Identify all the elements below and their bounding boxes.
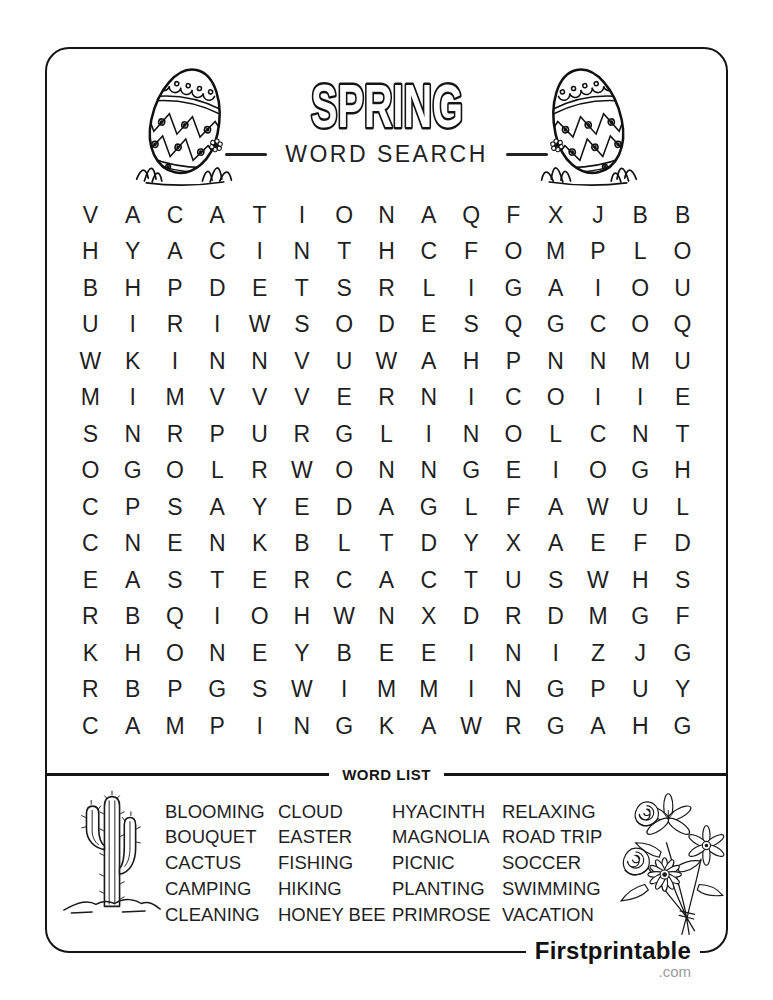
grid-cell-r2c1: H [69,234,111,271]
word-list-column-2: CLOUDEASTERFISHINGHIKINGHONEY BEE [278,799,392,928]
grid-cell-r9c8: A [365,489,407,526]
grid-cell-r15c4: P [196,708,238,745]
grid-cell-r3c2: H [112,270,154,307]
grid-cell-r11c11: U [492,562,534,599]
grid-cell-r1c1: V [69,197,111,234]
grid-cell-r10c6: B [281,526,323,563]
grid-cell-r7c14: N [619,416,661,453]
grid-cell-r11c3: S [154,562,196,599]
grid-cell-r15c14: H [619,708,661,745]
grid-cell-r8c13: O [577,453,619,490]
grid-cell-r15c11: R [492,708,534,745]
brand-name: Firstprintable [526,938,700,963]
word-list-item: MAGNOLIA [392,824,502,850]
grid-cell-r10c11: X [492,526,534,563]
grid-cell-r11c4: T [196,562,238,599]
grid-cell-r4c1: U [69,307,111,344]
word-list-column-1: BLOOMINGBOUQUETCACTUSCAMPINGCLEANING [165,799,278,928]
grid-cell-r1c6: I [281,197,323,234]
easter-egg-icon [127,61,243,187]
branding: Firstprintable .com [526,938,700,980]
grid-cell-r9c15: L [661,489,703,526]
grid-cell-r7c7: G [323,416,365,453]
word-list-column-3: HYACINTHMAGNOLIAPICNICPLANTINGPRIMROSE [392,799,502,928]
grid-cell-r5c14: M [619,343,661,380]
grid-cell-r15c5: I [238,708,280,745]
grid-cell-r7c9: I [408,416,450,453]
grid-cell-r11c9: C [408,562,450,599]
grid-cell-r4c14: O [619,307,661,344]
grid-cell-r2c7: T [323,234,365,271]
grid-cell-r3c13: I [577,270,619,307]
grid-cell-r11c13: W [577,562,619,599]
grid-cell-r6c4: V [196,380,238,417]
grid-cell-r6c2: I [112,380,154,417]
grid-cell-r6c12: O [535,380,577,417]
grid-cell-r3c5: E [238,270,280,307]
grid-cell-r5c5: N [238,343,280,380]
grid-cell-r12c10: D [450,599,492,636]
grid-cell-r10c9: D [408,526,450,563]
grid-cell-r9c11: F [492,489,534,526]
cactus-icon [60,787,164,933]
grid-cell-r14c3: P [154,672,196,709]
grid-cell-r7c10: N [450,416,492,453]
grid-cell-r7c1: S [69,416,111,453]
grid-cell-r12c2: B [112,599,154,636]
grid-cell-r8c4: L [196,453,238,490]
grid-cell-r4c7: O [323,307,365,344]
grid-cell-r5c9: A [408,343,450,380]
grid-cell-r4c8: D [365,307,407,344]
grid-cell-r3c14: O [619,270,661,307]
grid-cell-r11c12: S [535,562,577,599]
grid-cell-r14c1: R [69,672,111,709]
word-list-heading: WORD LIST [329,766,444,783]
grid-cell-r12c5: O [238,599,280,636]
brand-tld: .com [658,963,700,980]
grid-cell-r13c6: Y [281,635,323,672]
grid-cell-r9c12: A [535,489,577,526]
grid-cell-r1c9: A [408,197,450,234]
word-list-item: HONEY BEE [278,902,392,928]
grid-cell-r15c8: K [365,708,407,745]
word-list-item: EASTER [278,824,392,850]
grid-cell-r1c12: X [535,197,577,234]
grid-cell-r4c12: G [535,307,577,344]
word-list-item: SOCCER [502,850,608,876]
grid-cell-r11c7: C [323,562,365,599]
grid-cell-r3c1: B [69,270,111,307]
grid-cell-r2c15: O [661,234,703,271]
grid-cell-r14c6: W [281,672,323,709]
grid-cell-r1c13: J [577,197,619,234]
word-list-item: PICNIC [392,850,502,876]
word-list-item: HYACINTH [392,799,502,825]
title-text: SPRING [311,77,463,135]
grid-cell-r9c2: P [112,489,154,526]
grid-cell-r10c13: E [577,526,619,563]
grid-cell-r1c7: O [323,197,365,234]
grid-cell-r2c2: Y [112,234,154,271]
grid-cell-r13c2: H [112,635,154,672]
grid-cell-r8c12: I [535,453,577,490]
grid-cell-r12c14: G [619,599,661,636]
grid-cell-r12c3: Q [154,599,196,636]
grid-cell-r4c10: S [450,307,492,344]
grid-cell-r9c5: Y [238,489,280,526]
grid-cell-r10c15: D [661,526,703,563]
grid-cell-r9c6: E [281,489,323,526]
grid-cell-r12c11: R [492,599,534,636]
word-list-divider: WORD LIST [47,763,726,787]
word-list-item: FISHING [278,850,392,876]
word-list-item: HIKING [278,876,392,902]
word-list-item: CLEANING [165,902,278,928]
grid-cell-r10c7: L [323,526,365,563]
grid-cell-r12c7: W [323,599,365,636]
grid-cell-r13c7: B [323,635,365,672]
grid-cell-r15c6: N [281,708,323,745]
letter-grid: VACATIONAQFXJBBHYACINTHCFOMPLOBHPDETSRLI… [69,197,704,745]
grid-cell-r2c14: L [619,234,661,271]
grid-cell-r11c8: A [365,562,407,599]
grid-cell-r1c14: B [619,197,661,234]
grid-cell-r7c8: L [365,416,407,453]
grid-cell-r10c4: N [196,526,238,563]
grid-cell-r1c4: A [196,197,238,234]
grid-cell-r1c15: B [661,197,703,234]
worksheet-border: SPRING WORD SEARCH VACATIONAQFXJBBHYACIN… [45,47,728,953]
word-list-item: VACATION [502,902,608,928]
divider-line-right [444,773,726,776]
grid-cell-r4c6: S [281,307,323,344]
grid-cell-r2c12: M [535,234,577,271]
grid-cell-r6c1: M [69,380,111,417]
grid-cell-r12c1: R [69,599,111,636]
grid-cell-r6c7: E [323,380,365,417]
word-list-item: RELAXING [502,799,608,825]
grid-cell-r10c2: N [112,526,154,563]
grid-cell-r9c13: W [577,489,619,526]
grid-cell-r3c9: L [408,270,450,307]
word-list-item: BLOOMING [165,799,278,825]
grid-cell-r7c13: C [577,416,619,453]
subtitle-text: WORD SEARCH [285,139,488,169]
grid-cell-r1c3: C [154,197,196,234]
easter-egg-icon [530,61,646,187]
grid-cell-r7c6: R [281,416,323,453]
grid-cell-r15c9: A [408,708,450,745]
grid-cell-r2c13: P [577,234,619,271]
grid-cell-r4c2: I [112,307,154,344]
grid-cell-r4c13: C [577,307,619,344]
grid-cell-r11c2: A [112,562,154,599]
grid-cell-r15c1: C [69,708,111,745]
word-list-item: CAMPING [165,876,278,902]
grid-cell-r5c1: W [69,343,111,380]
grid-cell-r10c3: E [154,526,196,563]
grid-cell-r6c6: V [281,380,323,417]
worksheet-page: SPRING WORD SEARCH VACATIONAQFXJBBHYACIN… [0,0,773,1000]
grid-cell-r13c14: J [619,635,661,672]
grid-cell-r10c10: Y [450,526,492,563]
grid-cell-r1c11: F [492,197,534,234]
grid-cell-r13c1: K [69,635,111,672]
grid-cell-r3c4: D [196,270,238,307]
grid-cell-r8c5: R [238,453,280,490]
grid-cell-r15c2: A [112,708,154,745]
grid-cell-r4c9: E [408,307,450,344]
grid-cell-r7c5: U [238,416,280,453]
grid-cell-r13c13: Z [577,635,619,672]
grid-cell-r5c12: N [535,343,577,380]
grid-cell-r9c1: C [69,489,111,526]
grid-cell-r3c11: G [492,270,534,307]
word-list-item: ROAD TRIP [502,824,608,850]
grid-cell-r15c13: A [577,708,619,745]
word-list-item: CACTUS [165,850,278,876]
grid-cell-r13c11: N [492,635,534,672]
grid-cell-r10c5: K [238,526,280,563]
grid-cell-r8c3: O [154,453,196,490]
grid-cell-r9c9: G [408,489,450,526]
grid-cell-r12c9: X [408,599,450,636]
grid-cell-r13c4: N [196,635,238,672]
grid-cell-r12c13: M [577,599,619,636]
grid-cell-r1c8: N [365,197,407,234]
flower-bouquet-icon [612,789,730,941]
grid-cell-r14c14: U [619,672,661,709]
grid-cell-r7c4: P [196,416,238,453]
grid-cell-r5c7: U [323,343,365,380]
grid-cell-r9c3: S [154,489,196,526]
grid-cell-r14c5: S [238,672,280,709]
grid-cell-r6c15: E [661,380,703,417]
grid-cell-r10c8: T [365,526,407,563]
grid-cell-r8c8: N [365,453,407,490]
grid-cell-r14c15: Y [661,672,703,709]
grid-cell-r6c9: N [408,380,450,417]
grid-cell-r13c8: E [365,635,407,672]
grid-cell-r11c15: S [661,562,703,599]
grid-cell-r4c15: Q [661,307,703,344]
grid-cell-r3c15: U [661,270,703,307]
word-list-item: SWIMMING [502,876,608,902]
word-list-item: PRIMROSE [392,902,502,928]
grid-cell-r8c15: H [661,453,703,490]
grid-cell-r13c15: G [661,635,703,672]
grid-cell-r3c8: R [365,270,407,307]
grid-cell-r5c4: N [196,343,238,380]
grid-cell-r5c8: W [365,343,407,380]
grid-cell-r14c13: P [577,672,619,709]
grid-cell-r14c7: I [323,672,365,709]
grid-cell-r3c3: P [154,270,196,307]
grid-cell-r2c3: A [154,234,196,271]
page-title: SPRING [272,77,502,135]
grid-cell-r7c15: T [661,416,703,453]
grid-cell-r5c11: P [492,343,534,380]
grid-cell-r1c5: T [238,197,280,234]
grid-cell-r12c4: I [196,599,238,636]
grid-cell-r9c4: A [196,489,238,526]
grid-cell-r2c9: C [408,234,450,271]
grid-cell-r14c12: G [535,672,577,709]
grid-cell-r10c1: C [69,526,111,563]
grid-cell-r5c13: N [577,343,619,380]
grid-cell-r14c8: M [365,672,407,709]
grid-cell-r8c9: N [408,453,450,490]
grid-cell-r4c3: R [154,307,196,344]
grid-cell-r14c9: M [408,672,450,709]
grid-cell-r3c12: A [535,270,577,307]
grid-cell-r6c10: I [450,380,492,417]
grid-cell-r9c7: D [323,489,365,526]
grid-cell-r2c5: I [238,234,280,271]
grid-cell-r11c10: T [450,562,492,599]
grid-cell-r10c14: F [619,526,661,563]
grid-cell-r3c7: S [323,270,365,307]
grid-cell-r11c6: R [281,562,323,599]
word-list-column-4: RELAXINGROAD TRIPSOCCERSWIMMINGVACATION [502,799,608,928]
grid-cell-r14c4: G [196,672,238,709]
divider-line-left [47,773,329,776]
grid-cell-r15c3: M [154,708,196,745]
grid-cell-r12c12: D [535,599,577,636]
word-list-item: BOUQUET [165,824,278,850]
grid-cell-r11c5: E [238,562,280,599]
grid-cell-r8c10: G [450,453,492,490]
word-list-area: BLOOMINGBOUQUETCACTUSCAMPINGCLEANINGCLOU… [47,799,726,959]
grid-cell-r9c14: U [619,489,661,526]
grid-cell-r5c6: V [281,343,323,380]
grid-cell-r7c12: L [535,416,577,453]
grid-cell-r2c6: N [281,234,323,271]
grid-cell-r14c10: I [450,672,492,709]
grid-cell-r14c11: N [492,672,534,709]
grid-cell-r13c12: I [535,635,577,672]
grid-cell-r6c8: R [365,380,407,417]
grid-cell-r4c4: I [196,307,238,344]
grid-cell-r8c11: E [492,453,534,490]
grid-cell-r15c7: G [323,708,365,745]
grid-cell-r9c10: L [450,489,492,526]
grid-cell-r8c2: G [112,453,154,490]
grid-cell-r1c10: Q [450,197,492,234]
grid-cell-r13c10: I [450,635,492,672]
grid-cell-r13c5: E [238,635,280,672]
header: SPRING WORD SEARCH [47,49,726,197]
grid-cell-r11c1: E [69,562,111,599]
grid-cell-r6c11: C [492,380,534,417]
word-list-item: CLOUD [278,799,392,825]
grid-cell-r7c3: R [154,416,196,453]
grid-cell-r12c6: H [281,599,323,636]
grid-cell-r6c14: I [619,380,661,417]
grid-cell-r13c3: O [154,635,196,672]
grid-cell-r10c12: A [535,526,577,563]
grid-cell-r5c3: I [154,343,196,380]
grid-cell-r8c7: O [323,453,365,490]
grid-cell-r8c14: G [619,453,661,490]
grid-cell-r6c3: M [154,380,196,417]
grid-cell-r12c15: F [661,599,703,636]
grid-cell-r3c6: T [281,270,323,307]
grid-cell-r14c2: B [112,672,154,709]
grid-cell-r3c10: I [450,270,492,307]
grid-cell-r15c12: G [535,708,577,745]
grid-cell-r5c2: K [112,343,154,380]
grid-cell-r11c14: H [619,562,661,599]
grid-cell-r4c11: Q [492,307,534,344]
grid-cell-r13c9: E [408,635,450,672]
grid-cell-r4c5: W [238,307,280,344]
grid-cell-r7c2: N [112,416,154,453]
grid-cell-r6c5: V [238,380,280,417]
grid-cell-r5c15: U [661,343,703,380]
grid-cell-r12c8: N [365,599,407,636]
grid-cell-r8c1: O [69,453,111,490]
grid-cell-r2c11: O [492,234,534,271]
grid-cell-r8c6: W [281,453,323,490]
grid-cell-r5c10: H [450,343,492,380]
grid-cell-r2c10: F [450,234,492,271]
grid-cell-r7c11: O [492,416,534,453]
grid-cell-r15c15: G [661,708,703,745]
grid-cell-r15c10: W [450,708,492,745]
grid-cell-r2c8: H [365,234,407,271]
word-list-item: PLANTING [392,876,502,902]
grid-cell-r6c13: I [577,380,619,417]
grid-cell-r1c2: A [112,197,154,234]
grid-cell-r2c4: C [196,234,238,271]
